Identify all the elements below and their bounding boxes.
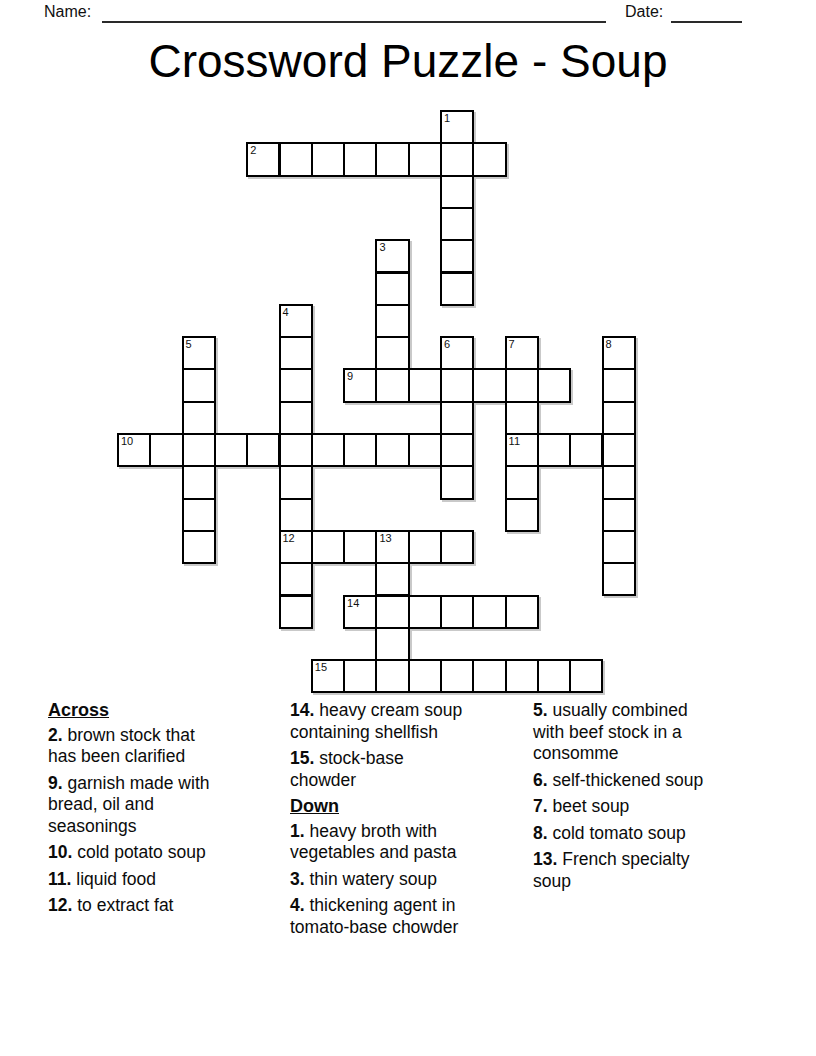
cell-r3c10[interactable]	[440, 207, 474, 241]
clue-number-6: 6	[444, 339, 450, 350]
clue-across-9: 9. garnish made with bread, oil and seas…	[48, 773, 226, 838]
cell-r10c6[interactable]	[311, 433, 345, 467]
cell-r10c12[interactable]: 11	[505, 433, 539, 467]
cell-r12c12[interactable]	[505, 498, 539, 532]
clue-across-11-number: 11.	[48, 869, 71, 889]
cell-r8c5[interactable]	[279, 368, 313, 402]
clue-across-10-number: 10.	[48, 842, 72, 862]
cell-r7c8[interactable]	[375, 336, 409, 370]
clue-across-12: 12. to extract fat	[48, 895, 226, 917]
cell-r12c2[interactable]	[182, 498, 216, 532]
cell-r17c8[interactable]	[375, 659, 409, 693]
page-title: Crossword Puzzle - Soup	[0, 34, 816, 88]
cell-r10c7[interactable]	[343, 433, 377, 467]
clue-number-12: 12	[283, 533, 295, 544]
clue-across-12-number: 12.	[48, 895, 72, 915]
cell-r15c10[interactable]	[440, 595, 474, 629]
cell-r15c11[interactable]	[472, 595, 506, 629]
cell-r12c15[interactable]	[602, 498, 636, 532]
cell-r15c5[interactable]	[279, 595, 313, 629]
clue-across-15-number: 15.	[290, 748, 314, 768]
cell-r17c7[interactable]	[343, 659, 377, 693]
cell-r11c12[interactable]	[505, 465, 539, 499]
clue-number-4: 4	[283, 307, 289, 318]
cell-r1c11[interactable]	[472, 142, 506, 176]
cell-r10c8[interactable]	[375, 433, 409, 467]
cell-r17c11[interactable]	[472, 659, 506, 693]
cell-r7c5[interactable]	[279, 336, 313, 370]
clue-across-2: 2. brown stock that has been clarified	[48, 725, 226, 768]
clue-down-7: 7. beet soup	[533, 796, 705, 818]
clue-across-15: 15. stock-base chowder	[290, 748, 465, 791]
cell-r9c12[interactable]	[505, 401, 539, 435]
cell-r8c15[interactable]	[602, 368, 636, 402]
cell-r1c6[interactable]	[311, 142, 345, 176]
cell-r11c5[interactable]	[279, 465, 313, 499]
cell-r0c10[interactable]: 1	[440, 110, 474, 144]
cell-r9c2[interactable]	[182, 401, 216, 435]
clue-across-9-number: 9.	[48, 773, 63, 793]
clue-down-7-number: 7.	[533, 796, 548, 816]
cell-r10c4[interactable]	[246, 433, 280, 467]
cell-r6c5[interactable]: 4	[279, 304, 313, 338]
clue-down-3: 3. thin watery soup	[290, 869, 465, 891]
date-label: Date:	[625, 3, 663, 21]
cell-r10c15[interactable]	[602, 433, 636, 467]
cell-r17c6[interactable]: 15	[311, 659, 345, 693]
clue-down-6-number: 6.	[533, 770, 548, 790]
cell-r11c15[interactable]	[602, 465, 636, 499]
cell-r4c8[interactable]: 3	[375, 239, 409, 273]
cell-r5c8[interactable]	[375, 272, 409, 306]
cell-r1c9[interactable]	[408, 142, 442, 176]
cell-r13c10[interactable]	[440, 530, 474, 564]
cell-r13c9[interactable]	[408, 530, 442, 564]
cell-r10c5[interactable]	[279, 433, 313, 467]
cell-r13c2[interactable]	[182, 530, 216, 564]
cell-r9c5[interactable]	[279, 401, 313, 435]
cell-r14c5[interactable]	[279, 562, 313, 596]
clue-down-4: 4. thickening agent in tomato-base chowd…	[290, 895, 465, 938]
cell-r1c4[interactable]: 2	[246, 142, 280, 176]
cell-r10c13[interactable]	[537, 433, 571, 467]
clue-number-11: 11	[509, 436, 520, 447]
cell-r8c9[interactable]	[408, 368, 442, 402]
cell-r16c8[interactable]	[375, 627, 409, 661]
cell-r8c7[interactable]: 9	[343, 368, 377, 402]
cell-r7c10[interactable]: 6	[440, 336, 474, 370]
clue-down-3-number: 3.	[290, 869, 305, 889]
name-blank-line	[102, 2, 606, 23]
cell-r17c10[interactable]	[440, 659, 474, 693]
cell-r17c9[interactable]	[408, 659, 442, 693]
cell-r1c7[interactable]	[343, 142, 377, 176]
cell-r10c1[interactable]	[149, 433, 183, 467]
cell-r14c15[interactable]	[602, 562, 636, 596]
cell-r8c2[interactable]	[182, 368, 216, 402]
clue-number-13: 13	[379, 533, 391, 544]
cell-r13c5[interactable]: 12	[279, 530, 313, 564]
name-label: Name:	[44, 3, 91, 21]
cell-r10c10[interactable]	[440, 433, 474, 467]
cell-r10c0[interactable]: 10	[117, 433, 151, 467]
cell-r11c2[interactable]	[182, 465, 216, 499]
clue-down-13-number: 13.	[533, 849, 557, 869]
cell-r1c10[interactable]	[440, 142, 474, 176]
clue-across-10: 10. cold potato soup	[48, 842, 226, 864]
clue-number-7: 7	[509, 339, 515, 350]
clue-column-1: Across2. brown stock that has been clari…	[48, 700, 226, 922]
cell-r13c8[interactable]: 13	[375, 530, 409, 564]
clue-down-8-number: 8.	[533, 823, 548, 843]
cell-r17c12[interactable]	[505, 659, 539, 693]
cell-r17c14[interactable]	[569, 659, 603, 693]
clue-down-6: 6. self-thickened soup	[533, 770, 705, 792]
worksheet-page: { "game": "crossword", "title": "Crosswo…	[0, 0, 816, 1056]
clue-number-1: 1	[444, 113, 450, 124]
clue-down-8: 8. cold tomato soup	[533, 823, 705, 845]
clue-number-15: 15	[315, 662, 327, 673]
cell-r10c2[interactable]	[182, 433, 216, 467]
cell-r10c14[interactable]	[569, 433, 603, 467]
cell-r14c8[interactable]	[375, 562, 409, 596]
cell-r15c8[interactable]	[375, 595, 409, 629]
cell-r1c8[interactable]	[375, 142, 409, 176]
clue-down-1: 1. heavy broth with vegetables and pasta	[290, 821, 465, 864]
clue-across-2-number: 2.	[48, 725, 63, 745]
cell-r9c15[interactable]	[602, 401, 636, 435]
clue-across-11: 11. liquid food	[48, 869, 226, 891]
cell-r17c13[interactable]	[537, 659, 571, 693]
clue-number-9: 9	[347, 371, 353, 382]
clue-number-2: 2	[250, 145, 256, 156]
cell-r7c2[interactable]: 5	[182, 336, 216, 370]
cell-r15c7[interactable]: 14	[343, 595, 377, 629]
cell-r5c10[interactable]	[440, 272, 474, 306]
clue-down-1-number: 1.	[290, 821, 305, 841]
cell-r7c12[interactable]: 7	[505, 336, 539, 370]
clue-across-14-number: 14.	[290, 700, 314, 720]
across-heading: Across	[48, 700, 226, 722]
down-heading: Down	[290, 796, 465, 818]
clue-number-14: 14	[347, 598, 359, 609]
cell-r15c9[interactable]	[408, 595, 442, 629]
cell-r8c11[interactable]	[472, 368, 506, 402]
clue-down-4-number: 4.	[290, 895, 305, 915]
date-blank-line	[671, 2, 742, 23]
clue-number-8: 8	[606, 339, 612, 350]
clue-number-3: 3	[379, 242, 385, 253]
cell-r13c7[interactable]	[343, 530, 377, 564]
clue-down-5: 5. usually combined with beef stock in a…	[533, 700, 705, 765]
crossword-grid: 123456789101112131415	[117, 110, 634, 692]
cell-r13c15[interactable]	[602, 530, 636, 564]
cell-r4c10[interactable]	[440, 239, 474, 273]
cell-r8c13[interactable]	[537, 368, 571, 402]
clue-across-14: 14. heavy cream soup containing shellfis…	[290, 700, 465, 743]
clue-column-3: 5. usually combined with beef stock in a…	[533, 700, 705, 897]
clue-number-10: 10	[121, 436, 133, 447]
cell-r1c5[interactable]	[279, 142, 313, 176]
clue-down-5-number: 5.	[533, 700, 548, 720]
cell-r12c5[interactable]	[279, 498, 313, 532]
cell-r8c10[interactable]	[440, 368, 474, 402]
cell-r2c10[interactable]	[440, 175, 474, 209]
clue-number-5: 5	[186, 339, 192, 350]
cell-r15c12[interactable]	[505, 595, 539, 629]
cell-r6c8[interactable]	[375, 304, 409, 338]
cell-r10c3[interactable]	[214, 433, 248, 467]
cell-r11c10[interactable]	[440, 465, 474, 499]
clue-down-13: 13. French specialty soup	[533, 849, 705, 892]
cell-r9c10[interactable]	[440, 401, 474, 435]
clue-column-2: 14. heavy cream soup containing shellfis…	[290, 700, 465, 943]
cell-r7c15[interactable]: 8	[602, 336, 636, 370]
cell-r10c9[interactable]	[408, 433, 442, 467]
cell-r13c6[interactable]	[311, 530, 345, 564]
cell-r8c12[interactable]	[505, 368, 539, 402]
cell-r8c8[interactable]	[375, 368, 409, 402]
